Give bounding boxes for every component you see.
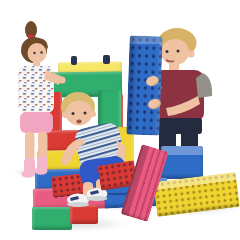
blue-solid-block — [161, 146, 203, 179]
boy-face — [161, 39, 189, 65]
toddler-hand-right — [61, 157, 69, 165]
girl-leg-left — [25, 132, 35, 161]
girl-hand — [58, 76, 65, 83]
toddler-mouth — [76, 120, 81, 124]
tower-peg-left — [71, 56, 77, 65]
photo-scene — [0, 0, 240, 240]
girl-foot-right — [35, 167, 48, 175]
tower-peg-right — [103, 55, 110, 64]
toddler-shoe-left — [67, 194, 89, 208]
boy-ear — [188, 51, 195, 58]
girl-leg-right — [38, 132, 48, 159]
girl-shorts — [20, 112, 53, 133]
girl-face — [28, 43, 47, 63]
toddler-ear-right — [90, 111, 96, 117]
toddler-ear-left — [62, 112, 68, 118]
girl-foot-left — [22, 170, 35, 178]
boy-sleeve-right — [196, 73, 212, 98]
boy-neck — [169, 64, 179, 71]
